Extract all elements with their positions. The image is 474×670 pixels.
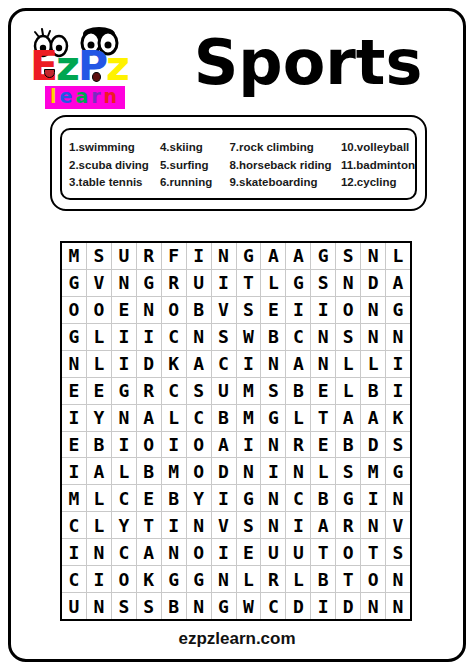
grid-cell[interactable]: R <box>286 432 310 458</box>
grid-cell[interactable]: U <box>212 378 236 404</box>
grid-cell[interactable]: A <box>212 432 236 458</box>
grid-cell[interactable]: N <box>137 297 161 323</box>
grid-cell[interactable]: L <box>87 512 111 538</box>
grid-cell[interactable]: I <box>286 512 310 538</box>
grid-cell[interactable]: B <box>261 324 285 350</box>
grid-cell[interactable]: S <box>261 378 285 404</box>
grid-cell[interactable]: K <box>386 405 410 431</box>
grid-cell[interactable]: A <box>286 351 310 377</box>
grid-cell[interactable]: M <box>62 485 86 511</box>
grid-cell[interactable]: S <box>336 243 360 269</box>
grid-cell[interactable]: L <box>311 458 335 484</box>
grid-cell[interactable]: I <box>62 539 86 565</box>
logo-mouth-icon <box>92 72 101 82</box>
grid-cell[interactable]: A <box>361 405 385 431</box>
grid-cell[interactable]: S <box>187 378 211 404</box>
grid-cell[interactable]: Y <box>112 512 136 538</box>
grid-cell[interactable]: D <box>212 458 236 484</box>
word-item: 10.volleyball <box>341 139 415 157</box>
grid-cell[interactable]: O <box>87 297 111 323</box>
grid-cell[interactable]: V <box>212 512 236 538</box>
word-list: 1.swimming2.scuba diving3.table tennis4.… <box>60 128 417 200</box>
grid-cell[interactable]: A <box>386 270 410 296</box>
grid-cell[interactable]: N <box>361 297 385 323</box>
word-item: 7.rock climbing <box>229 139 340 157</box>
grid-cell[interactable]: N <box>261 351 285 377</box>
logo-letter: P <box>78 42 106 90</box>
grid-cell[interactable]: I <box>212 539 236 565</box>
grid-cell[interactable]: N <box>361 593 385 619</box>
grid-cell[interactable]: S <box>112 593 136 619</box>
grid-cell[interactable]: B <box>311 566 335 592</box>
grid-cell[interactable]: G <box>237 243 261 269</box>
logo-letter: E <box>30 42 56 90</box>
grid-cell[interactable]: L <box>361 351 385 377</box>
grid-cell[interactable]: A <box>286 243 310 269</box>
grid-cell[interactable]: K <box>137 566 161 592</box>
grid-cell[interactable]: B <box>336 432 360 458</box>
grid-cell[interactable]: T <box>311 539 335 565</box>
word-item: 8.horseback riding <box>229 157 340 175</box>
grid-cell[interactable]: I <box>62 405 86 431</box>
grid-cell[interactable]: U <box>62 593 86 619</box>
ezpz-learn-logo: EzPz learn <box>28 22 146 114</box>
grid-cell[interactable]: G <box>212 593 236 619</box>
grid-cell[interactable]: B <box>286 378 310 404</box>
grid-cell[interactable]: G <box>261 405 285 431</box>
word-item: 5.surfing <box>160 157 229 175</box>
grid-cell[interactable]: A <box>187 351 211 377</box>
grid-cell[interactable]: B <box>187 297 211 323</box>
grid-cell[interactable]: I <box>361 485 385 511</box>
grid-cell[interactable]: G <box>187 566 211 592</box>
grid-cell[interactable]: S <box>386 432 410 458</box>
logo-letter: l <box>50 85 60 107</box>
grid-cell[interactable]: T <box>361 539 385 565</box>
grid-cell[interactable]: N <box>237 458 261 484</box>
grid-cell[interactable]: I <box>162 512 186 538</box>
grid-cell[interactable]: N <box>187 512 211 538</box>
grid-cell[interactable]: B <box>162 485 186 511</box>
grid-cell[interactable]: R <box>162 270 186 296</box>
grid-cell[interactable]: Y <box>187 485 211 511</box>
logo-letter: z <box>56 42 78 90</box>
grid-cell[interactable]: N <box>361 324 385 350</box>
grid-cell[interactable]: K <box>162 351 186 377</box>
grid-cell[interactable]: E <box>87 378 111 404</box>
grid-cell[interactable]: R <box>336 512 360 538</box>
grid-cell[interactable]: G <box>386 297 410 323</box>
grid-cell[interactable]: G <box>386 458 410 484</box>
grid-cell[interactable]: A <box>87 458 111 484</box>
grid-cell[interactable]: L <box>336 351 360 377</box>
grid-cell[interactable]: B <box>212 405 236 431</box>
grid-cell[interactable]: A <box>336 405 360 431</box>
grid-cell[interactable]: C <box>112 539 136 565</box>
grid-cell[interactable]: N <box>386 593 410 619</box>
grid-cell[interactable]: I <box>137 324 161 350</box>
word-search-grid: MSURFINGAAGSNLGVNGRUITLGSNDAOOENOBVSEIIO… <box>60 241 412 621</box>
grid-cell[interactable]: N <box>212 566 236 592</box>
grid-cell[interactable]: S <box>212 324 236 350</box>
logo-letter: e <box>60 85 76 107</box>
logo-word-learn: learn <box>45 86 125 109</box>
grid-cell[interactable]: N <box>87 539 111 565</box>
grid-cell[interactable]: S <box>386 539 410 565</box>
grid-cell[interactable]: E <box>237 539 261 565</box>
grid-cell[interactable]: C <box>261 593 285 619</box>
grid-cell[interactable]: G <box>286 270 310 296</box>
grid-cell[interactable]: S <box>336 458 360 484</box>
grid-cell[interactable]: E <box>311 378 335 404</box>
grid-cell[interactable]: N <box>187 324 211 350</box>
grid-cell[interactable]: N <box>112 405 136 431</box>
grid-cell[interactable]: I <box>311 297 335 323</box>
word-item: 6.running <box>160 174 229 192</box>
grid-cell[interactable]: I <box>212 270 236 296</box>
grid-cell[interactable]: T <box>237 270 261 296</box>
grid-cell[interactable]: W <box>237 593 261 619</box>
grid-cell[interactable]: S <box>237 297 261 323</box>
grid-cell[interactable]: S <box>336 324 360 350</box>
grid-cell[interactable]: C <box>162 324 186 350</box>
grid-cell[interactable]: B <box>87 432 111 458</box>
grid-cell[interactable]: D <box>361 270 385 296</box>
grid-cell[interactable]: M <box>237 378 261 404</box>
grid-cell[interactable]: L <box>386 243 410 269</box>
word-list-column: 7.rock climbing8.horseback riding9.skate… <box>229 139 340 198</box>
grid-cell[interactable]: O <box>187 458 211 484</box>
word-item: 11.badminton <box>341 157 415 175</box>
logo-word-ezpz: EzPz <box>30 44 128 88</box>
grid-cell[interactable]: C <box>187 405 211 431</box>
grid-cell[interactable]: B <box>137 458 161 484</box>
grid-cell[interactable]: G <box>311 243 335 269</box>
grid-cell[interactable]: L <box>87 351 111 377</box>
grid-cell[interactable]: L <box>87 485 111 511</box>
grid-cell[interactable]: I <box>112 351 136 377</box>
grid-cell[interactable]: N <box>261 512 285 538</box>
grid-cell[interactable]: G <box>336 485 360 511</box>
grid-cell[interactable]: G <box>62 324 86 350</box>
grid-cell[interactable]: C <box>286 324 310 350</box>
grid-cell[interactable]: I <box>187 243 211 269</box>
grid-cell[interactable]: D <box>137 351 161 377</box>
grid-cell[interactable]: E <box>112 297 136 323</box>
footer-link[interactable]: ezpzlearn.com <box>0 629 474 649</box>
logo-letter: r <box>91 85 103 107</box>
grid-cell[interactable]: B <box>311 485 335 511</box>
grid-cell[interactable]: I <box>162 432 186 458</box>
grid-cell[interactable]: L <box>286 405 310 431</box>
grid-cell[interactable]: I <box>237 432 261 458</box>
word-item: 3.table tennis <box>69 174 160 192</box>
grid-cell[interactable]: A <box>311 512 335 538</box>
grid-cell[interactable]: V <box>87 270 111 296</box>
grid-cell[interactable]: C <box>62 512 86 538</box>
grid-cell[interactable]: D <box>336 593 360 619</box>
grid-cell[interactable]: G <box>237 485 261 511</box>
grid-cell[interactable]: R <box>137 243 161 269</box>
grid-cell[interactable]: N <box>261 432 285 458</box>
grid-cell[interactable]: S <box>87 243 111 269</box>
grid-cell[interactable]: N <box>311 324 335 350</box>
grid-cell[interactable]: V <box>212 297 236 323</box>
grid-cell[interactable]: B <box>361 378 385 404</box>
grid-cell[interactable]: M <box>237 405 261 431</box>
grid-cell[interactable]: V <box>386 512 410 538</box>
grid-cell[interactable]: L <box>336 378 360 404</box>
worksheet-page: EzPz learn Sports 1.swimming2.scuba divi… <box>0 0 474 670</box>
grid-cell[interactable]: O <box>112 566 136 592</box>
grid-cell[interactable]: E <box>261 297 285 323</box>
grid-cell[interactable]: U <box>286 539 310 565</box>
grid-cell[interactable]: E <box>62 432 86 458</box>
grid-cell[interactable]: S <box>311 270 335 296</box>
grid-cell[interactable]: O <box>187 539 211 565</box>
grid-cell[interactable]: N <box>187 593 211 619</box>
logo-letter: n <box>104 85 121 107</box>
grid-cell[interactable]: A <box>261 243 285 269</box>
grid-cell[interactable]: I <box>112 324 136 350</box>
grid-cell[interactable]: C <box>112 485 136 511</box>
grid-cell[interactable]: M <box>361 458 385 484</box>
word-item: 2.scuba diving <box>69 157 160 175</box>
grid-cell[interactable]: I <box>386 378 410 404</box>
grid-cell[interactable]: C <box>286 485 310 511</box>
grid-cell[interactable]: E <box>137 485 161 511</box>
grid-cell[interactable]: I <box>112 432 136 458</box>
word-item: 4.skiing <box>160 139 229 157</box>
grid-cell[interactable]: L <box>87 324 111 350</box>
grid-cell[interactable]: I <box>286 297 310 323</box>
word-list-column: 4.skiing5.surfing6.running <box>160 139 229 198</box>
grid-cell[interactable]: C <box>162 378 186 404</box>
grid-cell[interactable]: L <box>286 566 310 592</box>
grid-cell[interactable]: N <box>112 270 136 296</box>
grid-cell[interactable]: A <box>137 539 161 565</box>
grid-cell[interactable]: R <box>261 566 285 592</box>
grid-cell[interactable]: U <box>261 539 285 565</box>
grid-cell[interactable]: N <box>386 566 410 592</box>
grid-cell[interactable]: I <box>87 566 111 592</box>
grid-cell[interactable]: N <box>286 458 310 484</box>
grid-cell[interactable]: S <box>237 512 261 538</box>
grid-cell[interactable]: E <box>311 432 335 458</box>
word-list-column: 1.swimming2.scuba diving3.table tennis <box>69 139 160 198</box>
grid-cell[interactable]: L <box>261 270 285 296</box>
grid-cell[interactable]: L <box>112 458 136 484</box>
grid-cell[interactable]: N <box>261 485 285 511</box>
word-item: 9.skateboarding <box>229 174 340 192</box>
grid-cell[interactable]: O <box>62 297 86 323</box>
grid-cell[interactable]: N <box>162 539 186 565</box>
grid-cell[interactable]: N <box>386 485 410 511</box>
grid-cell[interactable]: L <box>237 566 261 592</box>
grid-cell[interactable]: C <box>62 566 86 592</box>
grid-cell[interactable]: I <box>237 351 261 377</box>
grid-cell[interactable]: I <box>311 593 335 619</box>
grid-cell[interactable]: T <box>137 512 161 538</box>
grid-cell[interactable]: G <box>112 378 136 404</box>
grid-cell[interactable]: I <box>212 485 236 511</box>
grid-cell[interactable]: F <box>162 243 186 269</box>
grid-cell[interactable]: N <box>386 324 410 350</box>
grid-cell[interactable]: G <box>62 270 86 296</box>
grid-cell[interactable]: I <box>261 458 285 484</box>
grid-cell[interactable]: C <box>212 351 236 377</box>
grid-cell[interactable]: T <box>311 405 335 431</box>
grid-cell[interactable]: O <box>162 297 186 323</box>
grid-cell[interactable]: M <box>62 243 86 269</box>
grid-cell[interactable]: G <box>137 270 161 296</box>
grid-cell[interactable]: Y <box>87 405 111 431</box>
grid-cell[interactable]: R <box>137 378 161 404</box>
word-item: 12.cycling <box>341 174 415 192</box>
grid-cell[interactable]: O <box>361 566 385 592</box>
grid-cell[interactable]: N <box>87 593 111 619</box>
grid-cell[interactable]: O <box>137 432 161 458</box>
grid-cell[interactable]: O <box>336 539 360 565</box>
grid-cell[interactable]: U <box>187 270 211 296</box>
grid-cell[interactable]: N <box>361 512 385 538</box>
grid-cell[interactable]: I <box>62 458 86 484</box>
grid-cell[interactable]: A <box>137 405 161 431</box>
grid-cell[interactable]: M <box>162 458 186 484</box>
grid-cell[interactable]: N <box>62 351 86 377</box>
grid-cell[interactable]: W <box>237 324 261 350</box>
word-list-box: 1.swimming2.scuba diving3.table tennis4.… <box>50 115 427 211</box>
grid-cell[interactable]: U <box>112 243 136 269</box>
grid-cell[interactable]: O <box>336 297 360 323</box>
grid-cell[interactable]: B <box>162 593 186 619</box>
grid-cell[interactable]: D <box>361 432 385 458</box>
grid-cell[interactable]: T <box>336 566 360 592</box>
grid-cell[interactable]: N <box>212 243 236 269</box>
word-item: 1.swimming <box>69 139 160 157</box>
grid-cell[interactable]: O <box>187 432 211 458</box>
grid-cell[interactable]: N <box>336 270 360 296</box>
grid-cell[interactable]: N <box>311 351 335 377</box>
logo-letter: z <box>106 42 128 90</box>
grid-cell[interactable]: D <box>286 593 310 619</box>
grid-cell[interactable]: S <box>137 593 161 619</box>
grid-cell[interactable]: L <box>162 405 186 431</box>
word-list-column: 10.volleyball11.badminton12.cycling <box>341 139 415 198</box>
grid-cell[interactable]: G <box>162 566 186 592</box>
grid-cell[interactable]: E <box>62 378 86 404</box>
grid-cell[interactable]: I <box>386 351 410 377</box>
logo-letter: a <box>75 85 91 107</box>
page-title: Sports <box>160 26 456 100</box>
grid-cell[interactable]: N <box>361 243 385 269</box>
